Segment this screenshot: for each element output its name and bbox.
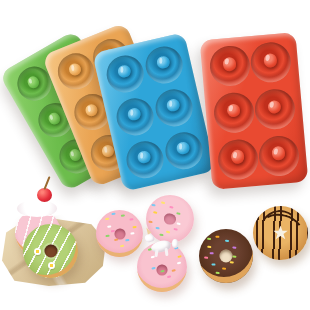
flower-sprinkle (48, 262, 55, 269)
mold-cavity (208, 45, 251, 88)
cavity-center-post (271, 146, 286, 161)
mold-cavity (253, 88, 296, 131)
donut-hole (44, 245, 57, 258)
flower-sprinkle (34, 248, 41, 255)
cavity-center-post (263, 53, 278, 68)
mold-cavity (151, 85, 195, 129)
cherry-stem (43, 176, 50, 190)
cherry (37, 188, 52, 202)
pink-sprinkle-donut-left (96, 210, 143, 257)
cavity-center-post (230, 150, 245, 165)
cavity-center-post (175, 141, 190, 156)
donut-hole (164, 214, 176, 225)
cavity-center-post (46, 111, 62, 127)
cavity-center-post (165, 98, 180, 113)
mold-cavity (257, 134, 300, 177)
mold-cavity (141, 42, 185, 86)
cavity-center-post (126, 107, 141, 122)
red-donut-mold (200, 32, 309, 190)
donut-hole-star (273, 226, 288, 241)
unicorn-leg (154, 249, 158, 257)
cavity-center-post (67, 61, 83, 77)
donut-hole (157, 264, 168, 275)
cavity-center-post (267, 99, 282, 114)
chocolate-sprinkle-donut (199, 229, 253, 283)
unicorn-head (144, 233, 155, 244)
sprinkles (96, 210, 100, 213)
sprinkles (146, 195, 150, 198)
sprinkles (199, 229, 203, 231)
cavity-center-post (136, 150, 151, 165)
mold-cavity (161, 128, 205, 172)
cavity-center-post (25, 74, 41, 90)
unicorn-tail (172, 239, 178, 248)
unicorn-figurine (144, 231, 178, 259)
cavity-center-post (117, 64, 132, 79)
cavity-center-post (222, 57, 237, 72)
mold-cavity (102, 51, 146, 95)
cavity-center-post (226, 103, 241, 118)
donut-hole (114, 228, 125, 239)
chocolate-drizzle-donut (253, 206, 308, 260)
unicorn-body (150, 239, 172, 254)
whipped-cream (17, 200, 57, 217)
mold-cavity (249, 41, 292, 84)
cavity-center-post (84, 102, 100, 118)
mold-cavity (212, 91, 255, 134)
product-photo (0, 0, 310, 310)
donut-hole (220, 250, 233, 263)
mold-cavity (122, 137, 166, 181)
mold-cavity (216, 138, 259, 181)
pistachio-donut (23, 224, 78, 278)
mold-cavity (112, 94, 156, 138)
cavity-center-post (156, 55, 171, 70)
